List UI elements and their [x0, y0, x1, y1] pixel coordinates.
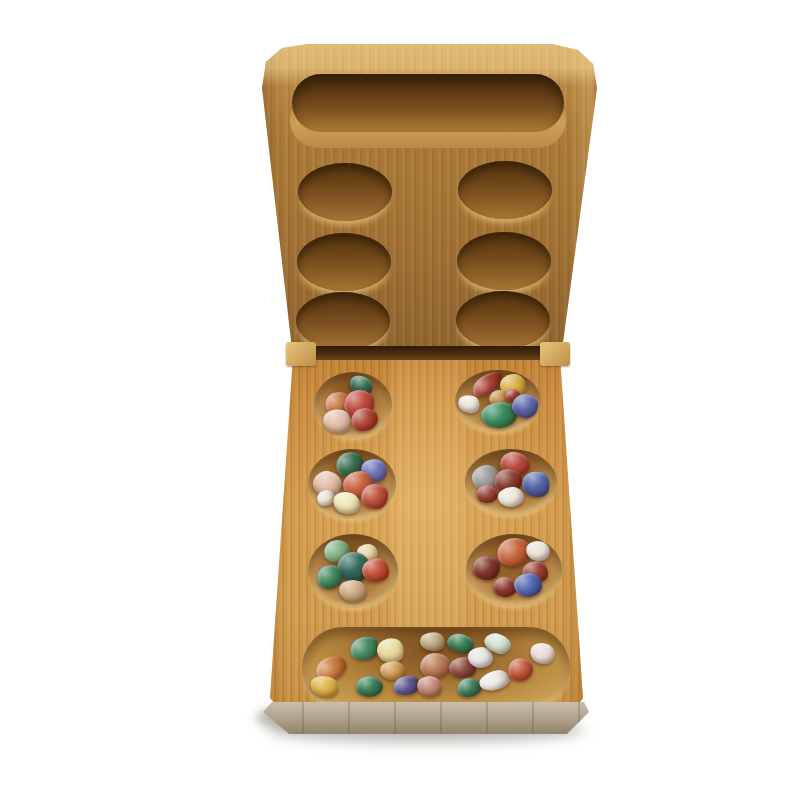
gem-stone — [524, 540, 551, 563]
pit-lower-row2-left[interactable] — [308, 449, 396, 519]
upper-store — [292, 74, 564, 132]
pit-upper-row2-left[interactable] — [297, 233, 391, 291]
hinge-tab-right — [540, 342, 570, 366]
gem-stone — [508, 658, 533, 681]
pit-upper-row1-right[interactable] — [458, 161, 552, 219]
gem-stone — [361, 484, 388, 509]
product-photo-scene — [0, 0, 800, 800]
hinge — [290, 346, 566, 360]
pit-upper-row3-right[interactable] — [456, 291, 550, 349]
pit-lower-row3-right[interactable] — [466, 534, 562, 606]
gem-stone — [419, 631, 446, 652]
gem-stone — [355, 675, 384, 698]
gem-stone — [477, 668, 512, 694]
pit-upper-row1-left[interactable] — [298, 163, 392, 221]
board-front-edge — [258, 702, 594, 738]
gem-stone — [420, 653, 451, 678]
pit-lower-row2-right[interactable] — [465, 449, 557, 515]
pit-lower-row3-left[interactable] — [308, 534, 398, 608]
pit-upper-row2-right[interactable] — [457, 232, 551, 290]
gem-stone — [338, 579, 368, 603]
gem-stone — [416, 675, 444, 699]
lower-store — [302, 627, 570, 709]
gem-stone — [472, 556, 500, 580]
pit-lower-row1-left[interactable] — [314, 372, 392, 438]
gem-stone — [362, 558, 389, 582]
hinge-tab-left — [286, 342, 316, 366]
pit-lower-row1-right[interactable] — [455, 370, 541, 432]
gem-stone — [497, 486, 525, 508]
